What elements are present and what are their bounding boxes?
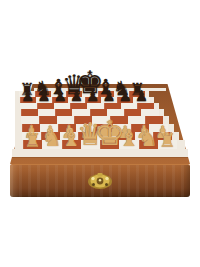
box-front-panel: [10, 164, 190, 197]
rank-3: [15, 124, 174, 132]
square-c1: ♝: [62, 140, 81, 149]
chess-box: ♜♞♝♛♚♝♞♜♟♟♟♟♟♟♟♟♟♟♟♟♟♟♟♟♜♞♝♛♚♝♞♜: [0, 0, 200, 267]
square-h1: ♜: [158, 140, 177, 149]
square-g5: [124, 109, 141, 116]
square-f1: ♝: [119, 140, 138, 149]
square-h5: [141, 109, 158, 116]
square-a5: [21, 109, 38, 116]
square-a4: [21, 116, 39, 124]
square-c4: [57, 116, 75, 124]
square-d4: [74, 116, 92, 124]
square-f5: [107, 109, 124, 116]
square-d2: ♟: [78, 132, 97, 141]
chess-board: ♜♞♝♛♚♝♞♜♟♟♟♟♟♟♟♟♟♟♟♟♟♟♟♟♜♞♝♛♚♝♞♜: [0, 88, 200, 157]
board-border-front: [12, 149, 188, 157]
rank-4: [15, 116, 169, 124]
square-e2: ♟: [97, 132, 116, 141]
rank-5: [15, 109, 164, 116]
square-f2: ♟: [116, 132, 135, 141]
square-c5: [55, 109, 72, 116]
square-h3: [149, 124, 167, 132]
square-a2: ♟: [22, 132, 41, 141]
product-photo: ♜♞♝♛♚♝♞♜♟♟♟♟♟♟♟♟♟♟♟♟♟♟♟♟♜♞♝♛♚♝♞♜: [0, 0, 200, 267]
square-b3: [40, 124, 58, 132]
square-b1: ♞: [42, 140, 61, 149]
brass-latch-icon: [87, 172, 113, 190]
square-d5: [72, 109, 89, 116]
rank-1: ♜♞♝♛♚♝♞♜: [15, 140, 185, 149]
black-rook: ♜: [19, 81, 34, 98]
square-b5: [38, 109, 55, 116]
square-g2: ♟: [135, 132, 154, 141]
square-g4: [128, 116, 146, 124]
square-a1: ♜: [23, 140, 42, 149]
square-d1: ♛: [81, 140, 100, 149]
square-b2: ♟: [41, 132, 60, 141]
square-d3: [76, 124, 94, 132]
square-e3: [95, 124, 113, 132]
board-ranks: ♜♞♝♛♚♝♞♜♟♟♟♟♟♟♟♟♟♟♟♟♟♟♟♟♜♞♝♛♚♝♞♜: [15, 91, 185, 149]
square-e5: [90, 109, 107, 116]
square-g1: ♞: [139, 140, 158, 149]
square-f4: [110, 116, 128, 124]
square-h4: [145, 116, 163, 124]
square-b4: [39, 116, 57, 124]
square-c2: ♟: [60, 132, 79, 141]
rank-2: ♟♟♟♟♟♟♟♟: [15, 132, 179, 141]
square-e4: [92, 116, 110, 124]
square-e1: ♚: [100, 140, 119, 149]
square-f3: [113, 124, 131, 132]
square-a3: [22, 124, 40, 132]
square-h2: ♟: [153, 132, 172, 141]
square-c3: [58, 124, 76, 132]
square-g3: [131, 124, 149, 132]
